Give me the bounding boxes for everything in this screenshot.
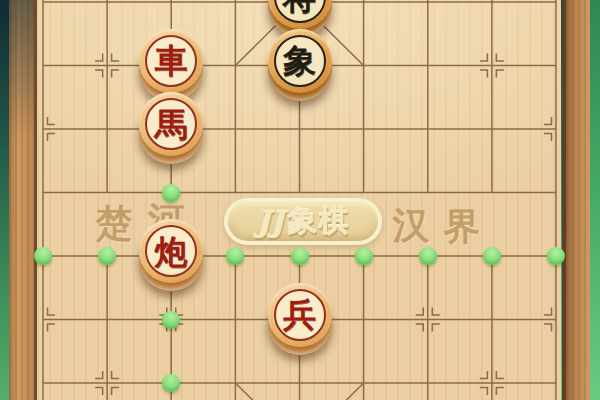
pieces-layer: 将象車馬炮兵 [0, 0, 600, 400]
piece-red-soldier[interactable]: 兵 [268, 283, 332, 355]
piece-character: 馬 [155, 108, 188, 141]
piece-ring: 車 [145, 35, 197, 87]
piece-ring: 将 [274, 0, 326, 23]
piece-character: 象 [283, 44, 316, 77]
piece-face: 炮 [139, 219, 203, 283]
piece-red-chariot[interactable]: 車 [139, 29, 203, 101]
piece-face: 象 [268, 29, 332, 93]
piece-ring: 馬 [145, 98, 197, 150]
piece-red-cannon[interactable]: 炮 [139, 219, 203, 291]
piece-ring: 象 [274, 35, 326, 87]
xiangqi-game-screen: 楚 河 汉 界 JJ 象棋 将象車馬炮兵 [0, 0, 600, 400]
piece-face: 車 [139, 29, 203, 93]
piece-character: 兵 [283, 298, 316, 331]
piece-character: 車 [155, 44, 188, 77]
piece-face: 兵 [268, 283, 332, 347]
piece-ring: 兵 [274, 289, 326, 341]
piece-character: 将 [283, 0, 316, 14]
piece-face: 馬 [139, 92, 203, 156]
piece-black-elephant[interactable]: 象 [268, 29, 332, 101]
piece-ring: 炮 [145, 225, 197, 277]
piece-character: 炮 [155, 235, 188, 268]
piece-red-horse[interactable]: 馬 [139, 92, 203, 164]
